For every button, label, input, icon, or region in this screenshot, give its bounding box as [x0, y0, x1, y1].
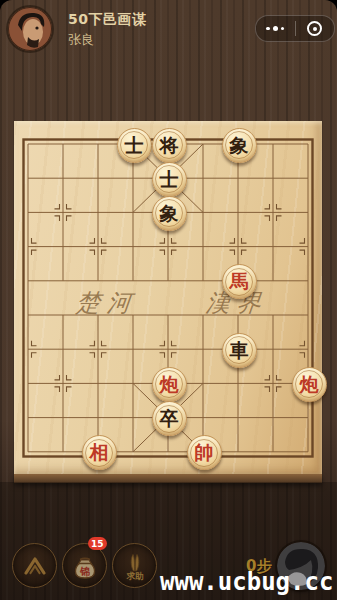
piece-black-士[interactable]: 士 — [117, 128, 152, 163]
piece-red-炮[interactable]: 炮 — [292, 367, 327, 402]
money-bag-icon: 锦 — [68, 549, 102, 583]
pieces-layer: 士将象士象馬車炮炮卒相帥 — [0, 0, 337, 600]
piece-black-象[interactable]: 象 — [222, 128, 257, 163]
svg-text:求助: 求助 — [125, 571, 144, 581]
piece-red-炮[interactable]: 炮 — [152, 367, 187, 402]
piece-black-象[interactable]: 象 — [152, 196, 187, 231]
piece-black-士[interactable]: 士 — [152, 162, 187, 197]
piece-red-馬[interactable]: 馬 — [222, 264, 257, 299]
app-screen: 50下邑画谋 张良 楚河 漢界 士将象士象馬車炮炮卒相帥 锦 — [0, 0, 337, 600]
svg-text:锦: 锦 — [79, 565, 90, 576]
chevrons-up-icon — [20, 551, 50, 581]
piece-red-帥[interactable]: 帥 — [187, 435, 222, 470]
piece-black-卒[interactable]: 卒 — [152, 401, 187, 436]
piece-black-将[interactable]: 将 — [152, 128, 187, 163]
ask-help-button[interactable]: 求助 — [112, 543, 157, 588]
praying-hands-icon: 求助 — [118, 549, 152, 583]
expand-toolbar-button[interactable] — [12, 543, 57, 588]
hint-count-badge: 15 — [88, 537, 107, 550]
site-watermark: www.ucbug.cc — [160, 568, 333, 596]
piece-black-車[interactable]: 車 — [222, 333, 257, 368]
piece-red-相[interactable]: 相 — [82, 435, 117, 470]
